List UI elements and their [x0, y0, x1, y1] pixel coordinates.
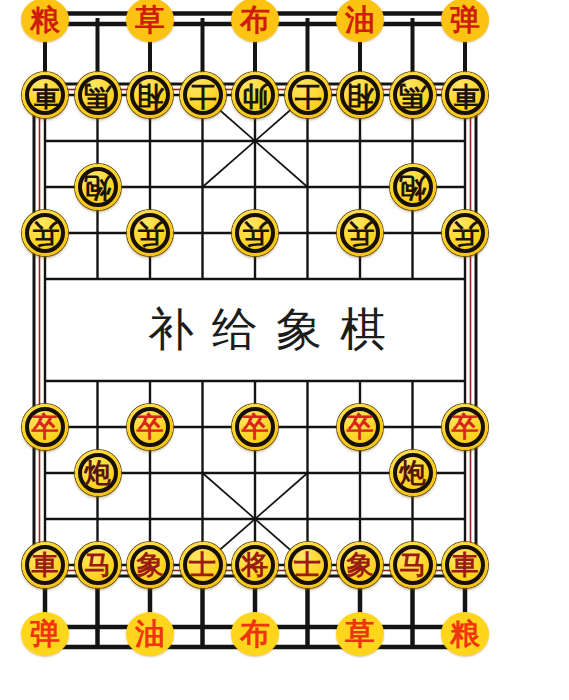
supply-bottom-oil[interactable]: 油 — [126, 612, 174, 656]
piece-character: 马 — [84, 552, 111, 579]
piece-character: 車 — [452, 552, 479, 579]
supply-bottom-fodder[interactable]: 草 — [336, 612, 384, 656]
piece-character: 車 — [32, 82, 59, 109]
piece-character: 士 — [294, 552, 321, 579]
supply-bottom-ammunition[interactable]: 弹 — [21, 612, 69, 656]
piece-character: 士 — [189, 82, 216, 109]
piece-character: 相 — [347, 82, 374, 109]
river-band: 补给象棋 — [47, 283, 465, 377]
bottom-chariot[interactable]: 車 — [22, 542, 68, 588]
piece-character: 马 — [399, 552, 426, 579]
piece-character: 象 — [137, 552, 164, 579]
piece-character: 兵 — [452, 220, 479, 247]
bottom-soldier[interactable]: 卒 — [22, 404, 68, 450]
top-chariot[interactable]: 車 — [442, 72, 488, 118]
bottom-cannon[interactable]: 炮 — [75, 450, 121, 496]
top-cannon[interactable]: 炮 — [390, 164, 436, 210]
bottom-advisor[interactable]: 士 — [285, 542, 331, 588]
piece-character: 士 — [189, 552, 216, 579]
piece-character: 車 — [452, 82, 479, 109]
piece-character: 兵 — [242, 220, 269, 247]
bottom-soldier[interactable]: 卒 — [442, 404, 488, 450]
piece-character: 炮 — [399, 174, 426, 201]
piece-character: 卒 — [137, 414, 164, 441]
top-general[interactable]: 帅 — [232, 72, 278, 118]
bottom-soldier[interactable]: 卒 — [232, 404, 278, 450]
supply-top-fodder[interactable]: 草 — [126, 0, 174, 42]
top-soldier[interactable]: 兵 — [127, 210, 173, 256]
top-soldier[interactable]: 兵 — [337, 210, 383, 256]
piece-character: 卒 — [242, 414, 269, 441]
bottom-cannon[interactable]: 炮 — [390, 450, 436, 496]
top-soldier[interactable]: 兵 — [22, 210, 68, 256]
bottom-general[interactable]: 将 — [232, 542, 278, 588]
piece-character: 馬 — [399, 82, 426, 109]
bottom-soldier[interactable]: 卒 — [127, 404, 173, 450]
top-horse[interactable]: 馬 — [75, 72, 121, 118]
top-advisor[interactable]: 士 — [285, 72, 331, 118]
supply-top-grain[interactable]: 粮 — [21, 0, 69, 42]
piece-character: 炮 — [399, 460, 426, 487]
supply-top-cloth[interactable]: 布 — [231, 0, 279, 42]
piece-character: 炮 — [84, 174, 111, 201]
xiangqi-board: 补给象棋 車馬相士帅士相馬車炮炮兵兵兵兵兵卒卒卒卒卒炮炮車马象士将士象马車 粮草… — [0, 0, 569, 700]
piece-character: 馬 — [84, 82, 111, 109]
piece-character: 卒 — [347, 414, 374, 441]
bottom-horse[interactable]: 马 — [75, 542, 121, 588]
piece-character: 兵 — [32, 220, 59, 247]
bottom-elephant[interactable]: 象 — [127, 542, 173, 588]
bottom-elephant[interactable]: 象 — [337, 542, 383, 588]
bottom-horse[interactable]: 马 — [390, 542, 436, 588]
piece-character: 車 — [32, 552, 59, 579]
supply-bottom-grain[interactable]: 粮 — [441, 612, 489, 656]
top-elephant[interactable]: 相 — [337, 72, 383, 118]
piece-character: 卒 — [32, 414, 59, 441]
top-horse[interactable]: 馬 — [390, 72, 436, 118]
piece-character: 将 — [242, 552, 269, 579]
top-elephant[interactable]: 相 — [127, 72, 173, 118]
bottom-chariot[interactable]: 車 — [442, 542, 488, 588]
piece-character: 卒 — [452, 414, 479, 441]
piece-character: 炮 — [84, 460, 111, 487]
supply-top-oil[interactable]: 油 — [336, 0, 384, 42]
piece-character: 兵 — [137, 220, 164, 247]
top-advisor[interactable]: 士 — [180, 72, 226, 118]
supply-top-ammunition[interactable]: 弹 — [441, 0, 489, 42]
top-soldier[interactable]: 兵 — [442, 210, 488, 256]
top-soldier[interactable]: 兵 — [232, 210, 278, 256]
piece-character: 士 — [294, 82, 321, 109]
piece-character: 兵 — [347, 220, 374, 247]
top-cannon[interactable]: 炮 — [75, 164, 121, 210]
piece-character: 象 — [347, 552, 374, 579]
bottom-advisor[interactable]: 士 — [180, 542, 226, 588]
river-title: 补给象棋 — [108, 299, 404, 361]
piece-character: 相 — [137, 82, 164, 109]
bottom-soldier[interactable]: 卒 — [337, 404, 383, 450]
supply-bottom-cloth[interactable]: 布 — [231, 612, 279, 656]
top-chariot[interactable]: 車 — [22, 72, 68, 118]
piece-character: 帅 — [242, 82, 269, 109]
